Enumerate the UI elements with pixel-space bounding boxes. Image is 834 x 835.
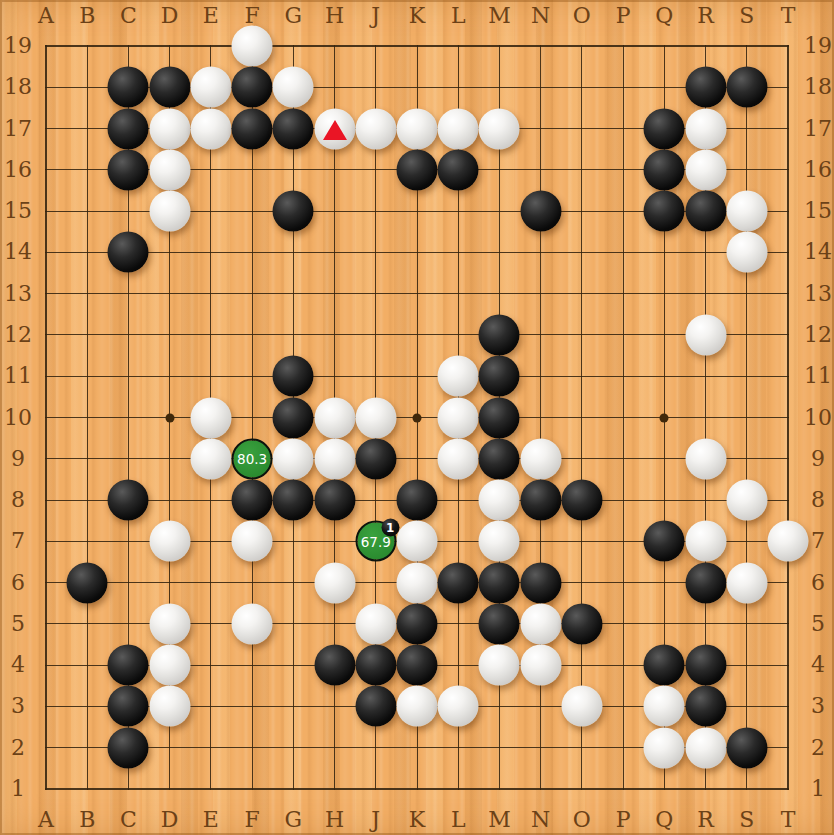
stone-black-G17 xyxy=(273,108,314,149)
stone-white-L17 xyxy=(438,108,479,149)
coord-label-left-6: 6 xyxy=(11,572,25,594)
stone-black-C4 xyxy=(108,645,149,686)
stone-white-L10 xyxy=(438,397,479,438)
stone-white-G18 xyxy=(273,67,314,108)
coord-label-bottom-A: A xyxy=(38,809,54,831)
stone-white-E10 xyxy=(190,397,231,438)
ai-suggestion-score-F9: 80.3 xyxy=(237,451,267,467)
stone-black-M6 xyxy=(479,562,520,603)
stone-white-S14 xyxy=(726,232,767,273)
stone-black-M9 xyxy=(479,438,520,479)
stone-black-K16 xyxy=(397,149,438,190)
stone-white-T7 xyxy=(768,521,809,562)
coord-label-left-1: 1 xyxy=(11,778,25,800)
coord-label-right-9: 9 xyxy=(811,448,825,470)
stone-black-N6 xyxy=(520,562,561,603)
coord-label-left-2: 2 xyxy=(11,737,25,759)
stone-white-H9 xyxy=(314,438,355,479)
coord-label-left-17: 17 xyxy=(4,118,32,140)
coord-label-top-O: O xyxy=(573,5,591,27)
stone-white-R7 xyxy=(685,521,726,562)
coord-label-right-8: 8 xyxy=(811,489,825,511)
stone-black-R4 xyxy=(685,645,726,686)
stone-black-C18 xyxy=(108,67,149,108)
coord-label-bottom-S: S xyxy=(739,809,754,831)
stone-black-H4 xyxy=(314,645,355,686)
coord-label-left-19: 19 xyxy=(4,35,32,57)
stone-black-G10 xyxy=(273,397,314,438)
stone-white-M17 xyxy=(479,108,520,149)
star-point xyxy=(413,413,422,422)
stone-black-C16 xyxy=(108,149,149,190)
coord-label-top-F: F xyxy=(244,5,259,27)
coord-label-right-18: 18 xyxy=(804,76,832,98)
coord-label-left-16: 16 xyxy=(4,159,32,181)
stone-white-E18 xyxy=(190,67,231,108)
grid-line-horizontal xyxy=(45,458,789,459)
stone-white-D16 xyxy=(149,149,190,190)
coord-label-right-10: 10 xyxy=(804,407,832,429)
coord-label-left-8: 8 xyxy=(11,489,25,511)
stone-black-G11 xyxy=(273,356,314,397)
coord-label-right-7: 7 xyxy=(811,530,825,552)
coord-label-top-D: D xyxy=(161,5,179,27)
stone-black-F18 xyxy=(232,67,273,108)
coord-label-right-1: 1 xyxy=(811,778,825,800)
stone-white-E9 xyxy=(190,438,231,479)
coord-label-bottom-P: P xyxy=(616,809,631,831)
coord-label-bottom-B: B xyxy=(79,809,95,831)
stone-white-L3 xyxy=(438,686,479,727)
coord-label-bottom-D: D xyxy=(161,809,179,831)
stone-black-C14 xyxy=(108,232,149,273)
coord-label-bottom-O: O xyxy=(573,809,591,831)
stone-black-R18 xyxy=(685,67,726,108)
coord-label-top-K: K xyxy=(409,5,425,27)
coord-label-bottom-L: L xyxy=(451,809,466,831)
stone-black-K5 xyxy=(397,603,438,644)
stone-white-K7 xyxy=(397,521,438,562)
coord-label-right-17: 17 xyxy=(804,118,832,140)
stone-white-G9 xyxy=(273,438,314,479)
coord-label-bottom-G: G xyxy=(285,809,303,831)
stone-black-G8 xyxy=(273,480,314,521)
coord-label-bottom-Q: Q xyxy=(655,809,673,831)
stone-white-R2 xyxy=(685,727,726,768)
coord-label-top-T: T xyxy=(781,5,796,27)
coord-label-bottom-M: M xyxy=(488,809,511,831)
coord-label-right-14: 14 xyxy=(804,241,832,263)
coord-label-left-3: 3 xyxy=(11,695,25,717)
stone-black-M12 xyxy=(479,314,520,355)
stone-black-L6 xyxy=(438,562,479,603)
coord-label-top-G: G xyxy=(285,5,303,27)
stone-black-M10 xyxy=(479,397,520,438)
coord-label-right-11: 11 xyxy=(804,365,832,387)
stone-white-D17 xyxy=(149,108,190,149)
stone-black-N8 xyxy=(520,480,561,521)
ai-suggestion-rank-badge-J7: 1 xyxy=(381,519,399,537)
coord-label-left-7: 7 xyxy=(11,530,25,552)
stone-white-H10 xyxy=(314,397,355,438)
stone-white-D7 xyxy=(149,521,190,562)
stone-white-L11 xyxy=(438,356,479,397)
coord-label-top-H: H xyxy=(325,5,344,27)
coord-label-left-10: 10 xyxy=(4,407,32,429)
stone-black-R6 xyxy=(685,562,726,603)
stone-black-G15 xyxy=(273,191,314,232)
stone-white-E17 xyxy=(190,108,231,149)
stone-black-C3 xyxy=(108,686,149,727)
stone-white-D3 xyxy=(149,686,190,727)
stone-black-Q16 xyxy=(644,149,685,190)
stone-black-N15 xyxy=(520,191,561,232)
coord-label-top-L: L xyxy=(451,5,466,27)
stone-black-L16 xyxy=(438,149,479,190)
coord-label-top-C: C xyxy=(120,5,137,27)
coord-label-right-19: 19 xyxy=(804,35,832,57)
coord-label-top-R: R xyxy=(697,5,714,27)
stone-black-D18 xyxy=(149,67,190,108)
stone-white-M8 xyxy=(479,480,520,521)
coord-label-bottom-N: N xyxy=(531,809,550,831)
coord-label-left-11: 11 xyxy=(4,365,32,387)
stone-white-L9 xyxy=(438,438,479,479)
stone-black-K4 xyxy=(397,645,438,686)
coord-label-top-Q: Q xyxy=(655,5,673,27)
coord-label-left-15: 15 xyxy=(4,200,32,222)
coord-label-right-3: 3 xyxy=(811,695,825,717)
stone-black-R15 xyxy=(685,191,726,232)
coord-label-top-A: A xyxy=(38,5,54,27)
stone-black-J3 xyxy=(355,686,396,727)
stone-black-Q7 xyxy=(644,521,685,562)
coord-label-right-2: 2 xyxy=(811,737,825,759)
star-point xyxy=(660,413,669,422)
coord-label-right-5: 5 xyxy=(811,613,825,635)
coord-label-left-12: 12 xyxy=(4,324,32,346)
go-board[interactable]: AABBCCDDEEFFGGHHJJKKLLMMNNOOPPQQRRSSTT19… xyxy=(0,0,834,835)
stone-black-O8 xyxy=(561,480,602,521)
stone-black-R3 xyxy=(685,686,726,727)
stone-black-J4 xyxy=(355,645,396,686)
coord-label-top-J: J xyxy=(371,5,380,27)
stone-white-F7 xyxy=(232,521,273,562)
stone-black-C17 xyxy=(108,108,149,149)
stone-white-O3 xyxy=(561,686,602,727)
coord-label-left-4: 4 xyxy=(11,654,25,676)
stone-white-Q3 xyxy=(644,686,685,727)
coord-label-top-S: S xyxy=(739,5,754,27)
coord-label-right-4: 4 xyxy=(811,654,825,676)
grid-line-vertical xyxy=(623,45,624,790)
grid-line-horizontal xyxy=(45,788,789,790)
stone-white-S8 xyxy=(726,480,767,521)
stone-white-J5 xyxy=(355,603,396,644)
stone-white-D4 xyxy=(149,645,190,686)
coord-label-left-14: 14 xyxy=(4,241,32,263)
stone-white-F5 xyxy=(232,603,273,644)
coord-label-bottom-R: R xyxy=(697,809,714,831)
coord-label-right-13: 13 xyxy=(804,283,832,305)
stone-black-C2 xyxy=(108,727,149,768)
coord-label-bottom-K: K xyxy=(409,809,425,831)
coord-label-top-B: B xyxy=(79,5,95,27)
stone-white-K6 xyxy=(397,562,438,603)
stone-white-K17 xyxy=(397,108,438,149)
grid-line-vertical xyxy=(746,45,747,790)
coord-label-bottom-C: C xyxy=(120,809,137,831)
coord-label-right-12: 12 xyxy=(804,324,832,346)
coord-label-top-E: E xyxy=(203,5,219,27)
stone-black-M11 xyxy=(479,356,520,397)
stone-white-J10 xyxy=(355,397,396,438)
stone-black-M5 xyxy=(479,603,520,644)
stone-white-K3 xyxy=(397,686,438,727)
coord-label-right-15: 15 xyxy=(804,200,832,222)
stone-black-O5 xyxy=(561,603,602,644)
stone-black-C8 xyxy=(108,480,149,521)
coord-label-bottom-J: J xyxy=(371,809,380,831)
coord-label-top-M: M xyxy=(488,5,511,27)
stone-white-D5 xyxy=(149,603,190,644)
coord-label-bottom-F: F xyxy=(244,809,259,831)
stone-black-F17 xyxy=(232,108,273,149)
coord-label-left-9: 9 xyxy=(11,448,25,470)
stone-white-S15 xyxy=(726,191,767,232)
stone-white-R16 xyxy=(685,149,726,190)
coord-label-bottom-H: H xyxy=(325,809,344,831)
stone-white-N4 xyxy=(520,645,561,686)
stone-white-M4 xyxy=(479,645,520,686)
coord-label-bottom-T: T xyxy=(781,809,796,831)
coord-label-left-18: 18 xyxy=(4,76,32,98)
stone-black-Q15 xyxy=(644,191,685,232)
stone-black-F8 xyxy=(232,480,273,521)
ai-suggestion-J7[interactable]: 67.91 xyxy=(355,521,396,562)
star-point xyxy=(165,413,174,422)
stone-black-K8 xyxy=(397,480,438,521)
stone-white-J17 xyxy=(355,108,396,149)
stone-black-S18 xyxy=(726,67,767,108)
stone-black-Q4 xyxy=(644,645,685,686)
coord-label-right-16: 16 xyxy=(804,159,832,181)
stone-white-M7 xyxy=(479,521,520,562)
grid-line-vertical xyxy=(787,45,789,790)
stone-white-Q2 xyxy=(644,727,685,768)
stone-white-R9 xyxy=(685,438,726,479)
stone-white-R12 xyxy=(685,314,726,355)
coord-label-top-N: N xyxy=(531,5,550,27)
stone-black-H8 xyxy=(314,480,355,521)
coord-label-top-P: P xyxy=(616,5,631,27)
coord-label-left-5: 5 xyxy=(11,613,25,635)
stone-black-Q17 xyxy=(644,108,685,149)
coord-label-left-13: 13 xyxy=(4,283,32,305)
coord-label-bottom-E: E xyxy=(203,809,219,831)
stone-black-S2 xyxy=(726,727,767,768)
stone-white-H6 xyxy=(314,562,355,603)
stone-black-J9 xyxy=(355,438,396,479)
stone-white-R17 xyxy=(685,108,726,149)
stone-white-N5 xyxy=(520,603,561,644)
stone-white-N9 xyxy=(520,438,561,479)
stone-white-F19 xyxy=(232,26,273,67)
stone-white-S6 xyxy=(726,562,767,603)
grid-line-vertical xyxy=(581,45,582,790)
stone-white-D15 xyxy=(149,191,190,232)
coord-label-right-6: 6 xyxy=(811,572,825,594)
last-move-triangle-marker-H17 xyxy=(323,120,347,140)
ai-suggestion-F9[interactable]: 80.3 xyxy=(232,438,273,479)
stone-black-B6 xyxy=(67,562,108,603)
